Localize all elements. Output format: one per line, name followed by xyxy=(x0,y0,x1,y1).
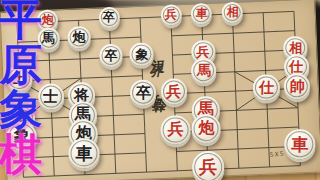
piece-character: 帥 xyxy=(289,77,304,96)
piece-character: 兵 xyxy=(167,120,183,141)
piece-character: 卒 xyxy=(103,9,115,26)
piece-character: 車 xyxy=(291,133,308,156)
piece-black-soldier: 卒 xyxy=(98,6,120,28)
piece-character: 仕 xyxy=(259,78,274,97)
piece-character: 炮 xyxy=(73,29,86,47)
piece-red-soldier: 兵 xyxy=(160,4,182,26)
xiangqi-board: 汉界 楚河 5X5 炮卒兵車相馬炮卒象兵相士馬仕士将卒兵仕帥車馬馬象炮兵炮車車兵 xyxy=(0,0,320,180)
piece-character: 卒 xyxy=(136,83,151,102)
piece-character: 士 xyxy=(43,87,58,106)
piece-character: 象 xyxy=(14,126,30,147)
piece-character: 炮 xyxy=(42,11,54,28)
piece-character: 相 xyxy=(226,3,238,20)
piece-character: 卒 xyxy=(104,47,117,65)
piece-character: 馬 xyxy=(42,30,55,48)
piece-character: 炮 xyxy=(198,118,214,139)
piece-character: 車 xyxy=(195,5,207,22)
piece-red-elephant: 相 xyxy=(221,1,243,23)
piece-character: 兵 xyxy=(199,155,217,179)
piece-character: 象 xyxy=(135,45,148,63)
piece-character: 兵 xyxy=(166,82,181,101)
piece-red-soldier: 兵 xyxy=(191,151,225,180)
piece-character: 士 xyxy=(12,70,26,88)
piece-character: 車 xyxy=(75,142,92,165)
piece-character: 馬 xyxy=(197,62,211,80)
piece-character: 兵 xyxy=(165,6,177,23)
video-frame: 汉界 楚河 5X5 炮卒兵車相馬炮卒象兵相士馬仕士将卒兵仕帥車馬馬象炮兵炮車車兵… xyxy=(0,0,320,180)
